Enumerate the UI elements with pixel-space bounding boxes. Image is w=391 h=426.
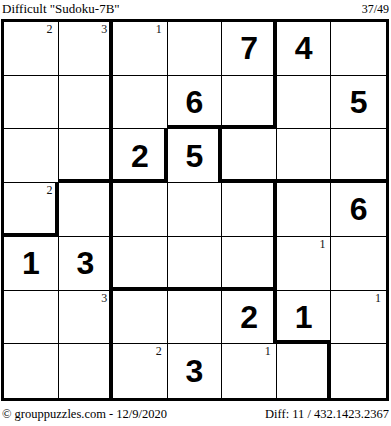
sudoku-cell-r3c4: 5 [168,129,223,183]
sudoku-cell-r6c4[interactable] [168,291,223,345]
sudoku-cell-r7c2[interactable] [59,344,114,398]
sudoku-cell-r6c5: 2 [222,291,277,345]
given-digit: 5 [186,140,204,172]
sudoku-cell-r5c7[interactable] [331,237,386,291]
sudoku-cell-r4c6[interactable] [277,183,332,237]
sudoku-cell-r1c6: 4 [277,22,332,76]
sudoku-cell-r1c3[interactable]: 1 [113,22,168,76]
pencil-mark: 1 [156,23,162,36]
sudoku-cell-r5c3[interactable] [113,237,168,291]
sudoku-cell-r7c6[interactable] [277,344,332,398]
sudoku-cell-r5c6[interactable]: 1 [277,237,332,291]
puzzle-title: Difficult "Sudoku-7B" [2,1,120,17]
pencil-mark: 1 [265,345,271,358]
sudoku-cell-r1c5: 7 [222,22,277,76]
sudoku-cell-r6c6: 1 [277,291,332,345]
sudoku-cell-r6c2[interactable]: 3 [59,291,114,345]
sudoku-cell-r3c2[interactable] [59,129,114,183]
pencil-mark: 3 [101,23,107,36]
sudoku-cell-r4c3[interactable] [113,183,168,237]
sudoku-cell-r7c5[interactable]: 1 [222,344,277,398]
sudoku-cell-r1c4[interactable] [168,22,223,76]
given-digit: 1 [295,301,313,333]
pencil-mark: 1 [375,292,381,305]
sudoku-cell-r5c4[interactable] [168,237,223,291]
given-digit: 3 [76,247,94,279]
sudoku-cell-r4c1[interactable]: 2 [4,183,59,237]
given-digit: 3 [186,355,204,387]
pencil-mark: 1 [319,238,325,251]
sudoku-cell-r3c6[interactable] [277,129,332,183]
sudoku-cell-r1c1[interactable]: 2 [4,22,59,76]
copyright-line: © grouppuzzles.com - 12/9/2020 [2,407,167,422]
sudoku-cell-r1c7[interactable] [331,22,386,76]
given-digit: 1 [22,247,40,279]
sudoku-cell-r6c1[interactable] [4,291,59,345]
given-digit: 7 [240,32,258,64]
sudoku-cell-r7c1[interactable] [4,344,59,398]
sudoku-cell-r7c3[interactable]: 2 [113,344,168,398]
sudoku-cell-r2c1[interactable] [4,76,59,130]
sudoku-cell-r6c7[interactable]: 1 [331,291,386,345]
sudoku-cell-r7c4: 3 [168,344,223,398]
sudoku-cell-r2c6[interactable] [277,76,332,130]
pencil-mark: 3 [101,292,107,305]
pencil-mark: 2 [47,23,53,36]
sudoku-cell-r4c7: 6 [331,183,386,237]
sudoku-cell-r2c5[interactable] [222,76,277,130]
given-digit: 2 [240,301,258,333]
sudoku-cell-r2c7: 5 [331,76,386,130]
given-digit: 2 [131,140,149,172]
given-digit: 6 [186,86,204,118]
sudoku-board: 231746525261313211231 [1,19,389,401]
sudoku-cell-r2c3[interactable] [113,76,168,130]
pencil-mark: 2 [47,184,53,197]
sudoku-cell-r7c7[interactable] [331,344,386,398]
sudoku-cell-r3c7[interactable] [331,129,386,183]
sudoku-cell-r3c1[interactable] [4,129,59,183]
given-digit: 5 [350,86,368,118]
sudoku-cell-r3c5[interactable] [222,129,277,183]
sudoku-cell-r1c2[interactable]: 3 [59,22,114,76]
sudoku-cell-r5c5[interactable] [222,237,277,291]
difficulty-line: Diff: 11 / 432.1423.2367 [265,407,389,422]
sudoku-cell-r3c3: 2 [113,129,168,183]
sudoku-cell-r5c2: 3 [59,237,114,291]
sudoku-cell-r4c4[interactable] [168,183,223,237]
sudoku-cell-r5c1: 1 [4,237,59,291]
given-digit: 4 [295,32,313,64]
sudoku-cell-r4c2[interactable] [59,183,114,237]
sudoku-cell-r2c2[interactable] [59,76,114,130]
blank-cell-counter: 37/49 [362,2,389,17]
sudoku-cell-r6c3[interactable] [113,291,168,345]
pencil-mark: 2 [156,345,162,358]
sudoku-cell-r4c5[interactable] [222,183,277,237]
puzzle-page: Difficult "Sudoku-7B" 37/49 231746525261… [0,0,391,426]
given-digit: 6 [350,193,368,225]
sudoku-cell-r2c4: 6 [168,76,223,130]
